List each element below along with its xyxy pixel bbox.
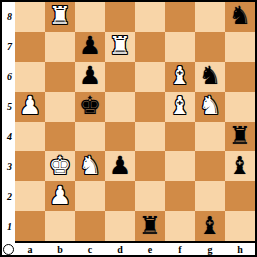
piece-white-king-b3[interactable]: ♚ [49, 153, 71, 178]
square-g1[interactable]: ♝ [195, 211, 225, 241]
square-h4[interactable]: ♜ [225, 122, 255, 152]
square-a8[interactable] [15, 2, 45, 32]
square-g2[interactable] [195, 181, 225, 211]
square-g6[interactable]: ♞ [195, 62, 225, 92]
piece-white-rook-b8[interactable]: ♜ [49, 3, 71, 28]
square-b8[interactable]: ♜ [45, 2, 75, 32]
square-g5[interactable]: ♞ [195, 92, 225, 122]
rank-labels: 87654321 [2, 2, 15, 241]
square-d1[interactable] [105, 211, 135, 241]
file-labels: abcdefgh [15, 243, 255, 255]
file-label-d: d [105, 243, 135, 255]
square-d7[interactable]: ♜ [105, 32, 135, 62]
piece-black-knight-g6[interactable]: ♞ [199, 63, 221, 88]
square-d8[interactable] [105, 2, 135, 32]
square-f6[interactable]: ♝ [165, 62, 195, 92]
rank-label-1: 1 [2, 211, 15, 241]
square-b2[interactable]: ♟ [45, 181, 75, 211]
square-a7[interactable] [15, 32, 45, 62]
square-e5[interactable] [135, 92, 165, 122]
square-b4[interactable] [45, 122, 75, 152]
piece-white-pawn-a5[interactable]: ♟ [19, 93, 41, 118]
file-label-g: g [195, 243, 225, 255]
square-e6[interactable] [135, 62, 165, 92]
square-d3[interactable]: ♟ [105, 151, 135, 181]
piece-white-bishop-f5[interactable]: ♝ [169, 93, 191, 118]
square-a5[interactable]: ♟ [15, 92, 45, 122]
square-d5[interactable] [105, 92, 135, 122]
square-f3[interactable] [165, 151, 195, 181]
square-c7[interactable]: ♟ [75, 32, 105, 62]
square-e3[interactable] [135, 151, 165, 181]
square-c6[interactable]: ♟ [75, 62, 105, 92]
file-label-f: f [165, 243, 195, 255]
square-g4[interactable] [195, 122, 225, 152]
file-label-b: b [45, 243, 75, 255]
square-h6[interactable] [225, 62, 255, 92]
square-h7[interactable] [225, 32, 255, 62]
square-b6[interactable] [45, 62, 75, 92]
piece-black-bishop-g1[interactable]: ♝ [199, 213, 221, 238]
square-e7[interactable] [135, 32, 165, 62]
square-c2[interactable] [75, 181, 105, 211]
square-c5[interactable]: ♚ [75, 92, 105, 122]
square-d2[interactable] [105, 181, 135, 211]
piece-white-knight-c3[interactable]: ♞ [79, 153, 101, 178]
square-b3[interactable]: ♚ [45, 151, 75, 181]
piece-black-bishop-h3[interactable]: ♝ [229, 153, 251, 178]
square-b5[interactable] [45, 92, 75, 122]
square-e8[interactable] [135, 2, 165, 32]
rank-label-2: 2 [2, 181, 15, 211]
square-h5[interactable] [225, 92, 255, 122]
square-c1[interactable] [75, 211, 105, 241]
square-g3[interactable] [195, 151, 225, 181]
square-c4[interactable] [75, 122, 105, 152]
square-a3[interactable] [15, 151, 45, 181]
square-f5[interactable]: ♝ [165, 92, 195, 122]
square-f7[interactable] [165, 32, 195, 62]
square-b1[interactable] [45, 211, 75, 241]
rank-label-4: 4 [2, 122, 15, 152]
rank-label-5: 5 [2, 92, 15, 122]
file-label-e: e [135, 243, 165, 255]
square-e2[interactable] [135, 181, 165, 211]
chess-board: ♜♞♟♜♟♝♞♟♚♝♞♜♚♞♟♝♟♜♝ [15, 2, 255, 243]
square-c3[interactable]: ♞ [75, 151, 105, 181]
square-a1[interactable] [15, 211, 45, 241]
square-d6[interactable] [105, 62, 135, 92]
square-g8[interactable] [195, 2, 225, 32]
square-h8[interactable]: ♞ [225, 2, 255, 32]
square-b7[interactable] [45, 32, 75, 62]
chess-diagram: ♜♞♟♜♟♝♞♟♚♝♞♜♚♞♟♝♟♜♝ 87654321 abcdefgh [0, 0, 257, 257]
square-a4[interactable] [15, 122, 45, 152]
piece-white-pawn-b2[interactable]: ♟ [49, 183, 71, 208]
square-g7[interactable] [195, 32, 225, 62]
square-e1[interactable]: ♜ [135, 211, 165, 241]
square-c8[interactable] [75, 2, 105, 32]
square-h2[interactable] [225, 181, 255, 211]
piece-black-knight-h8[interactable]: ♞ [229, 3, 251, 28]
rank-label-8: 8 [2, 2, 15, 32]
rank-label-7: 7 [2, 32, 15, 62]
piece-black-pawn-c6[interactable]: ♟ [79, 63, 101, 88]
file-label-h: h [225, 243, 255, 255]
square-f2[interactable] [165, 181, 195, 211]
square-e4[interactable] [135, 122, 165, 152]
square-d4[interactable] [105, 122, 135, 152]
piece-white-rook-d7[interactable]: ♜ [109, 33, 131, 58]
side-to-move-indicator [3, 244, 14, 255]
piece-black-rook-e1[interactable]: ♜ [139, 213, 161, 238]
square-f8[interactable] [165, 2, 195, 32]
rank-label-3: 3 [2, 151, 15, 181]
rank-label-6: 6 [2, 62, 15, 92]
piece-white-bishop-f6[interactable]: ♝ [169, 63, 191, 88]
square-f4[interactable] [165, 122, 195, 152]
piece-black-rook-h4[interactable]: ♜ [229, 123, 251, 148]
file-label-c: c [75, 243, 105, 255]
piece-black-pawn-c7[interactable]: ♟ [79, 33, 101, 58]
file-label-a: a [15, 243, 45, 255]
square-h3[interactable]: ♝ [225, 151, 255, 181]
square-f1[interactable] [165, 211, 195, 241]
square-a6[interactable] [15, 62, 45, 92]
piece-white-knight-g5[interactable]: ♞ [199, 93, 221, 118]
piece-black-pawn-d3[interactable]: ♟ [109, 153, 131, 178]
piece-black-king-c5[interactable]: ♚ [79, 93, 101, 118]
square-a2[interactable] [15, 181, 45, 211]
square-h1[interactable] [225, 211, 255, 241]
